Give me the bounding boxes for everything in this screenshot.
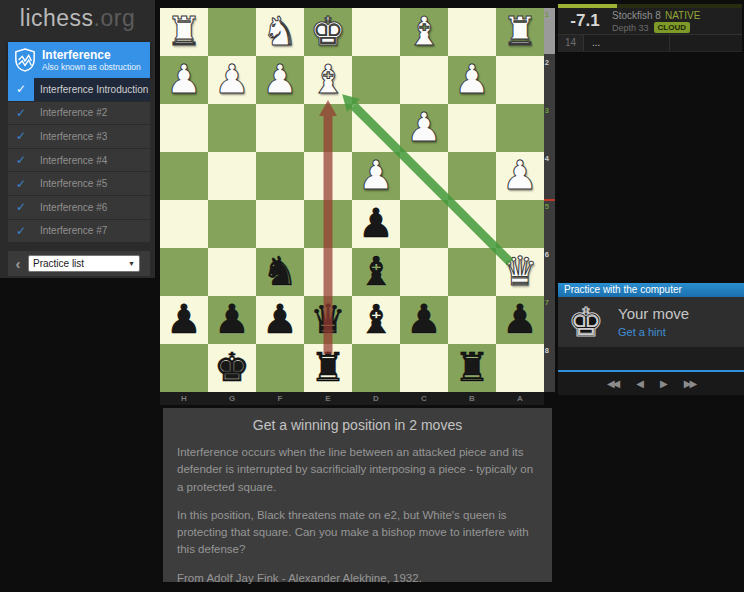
black-pawn: ♟ bbox=[352, 200, 400, 248]
square-d5[interactable]: ♟ bbox=[352, 200, 400, 248]
instruction-paragraph: Interference occurs when the line betwee… bbox=[177, 444, 538, 496]
practice-status-panel: ♚ Your move Get a hint bbox=[558, 297, 744, 347]
black-knight: ♞ bbox=[256, 248, 304, 296]
check-icon: ✓ bbox=[8, 129, 34, 143]
practice-empty-strip bbox=[558, 347, 744, 370]
black-pawn: ♟ bbox=[160, 296, 208, 344]
turn-status: Your move bbox=[618, 305, 689, 322]
instruction-paragraph: In this position, Black threatens mate o… bbox=[177, 507, 538, 559]
logo-text: lichess bbox=[20, 5, 94, 31]
analysis-panel: -7.1 Stockfish 8NATIVE Depth 33CLOUD 14 … bbox=[558, 0, 744, 592]
engine-depth: Depth 33 bbox=[612, 23, 649, 33]
square-d2[interactable] bbox=[352, 56, 400, 104]
square-b5[interactable] bbox=[448, 200, 496, 248]
square-d1[interactable] bbox=[352, 8, 400, 56]
square-d6[interactable]: ♝ bbox=[352, 248, 400, 296]
file-label-g: G bbox=[208, 394, 256, 403]
square-c7[interactable]: ♟ bbox=[400, 296, 448, 344]
square-c3[interactable]: ♟ bbox=[400, 104, 448, 152]
rank-label-7: 7 bbox=[533, 298, 549, 307]
white-pawn: ♟ bbox=[256, 56, 304, 104]
engine-mode: NATIVE bbox=[665, 10, 700, 21]
check-icon: ✓ bbox=[8, 200, 34, 214]
black-pawn: ♟ bbox=[256, 296, 304, 344]
move-number: 14 bbox=[558, 35, 584, 51]
puzzle-instructions: Get a winning position in 2 moves Interf… bbox=[163, 408, 552, 582]
square-b3[interactable] bbox=[448, 104, 496, 152]
practice-item-6[interactable]: ✓Interference #6 bbox=[8, 196, 150, 220]
go-first-button[interactable]: ◀◀ bbox=[607, 378, 618, 389]
practice-item-1[interactable]: ✓Interference Introduction bbox=[8, 78, 150, 102]
back-chevron-icon[interactable]: ‹ bbox=[8, 255, 28, 272]
rank-label-1: 1 bbox=[533, 10, 549, 19]
square-e2[interactable]: ♝ bbox=[304, 56, 352, 104]
lichess-logo[interactable]: lichess.org bbox=[0, 5, 155, 32]
check-icon: ✓ bbox=[8, 177, 34, 191]
practice-item-label: Interference #2 bbox=[40, 107, 107, 118]
square-g4[interactable] bbox=[208, 152, 256, 200]
file-label-a: A bbox=[496, 394, 544, 403]
white-bishop: ♝ bbox=[304, 56, 352, 104]
move-navigation: ◀◀ ◀ ▶ ▶▶ bbox=[558, 372, 744, 395]
white-bishop: ♝ bbox=[400, 8, 448, 56]
chess-board[interactable]: ♜♞♚♝♜♟♟♟♝♟♟♟♟♟♞♝♛♟♟♟♛♝♟♟♚♜♜ bbox=[160, 8, 544, 392]
square-g7[interactable]: ♟ bbox=[208, 296, 256, 344]
square-d4[interactable]: ♟ bbox=[352, 152, 400, 200]
square-c1[interactable]: ♝ bbox=[400, 8, 448, 56]
practice-item-list: ✓Interference Introduction✓Interference … bbox=[8, 78, 150, 243]
square-f2[interactable]: ♟ bbox=[256, 56, 304, 104]
rank-label-2: 2 bbox=[533, 58, 549, 67]
practice-item-7[interactable]: ✓Interference #7 bbox=[8, 220, 150, 244]
square-e3[interactable] bbox=[304, 104, 352, 152]
go-next-button[interactable]: ▶ bbox=[660, 378, 666, 389]
white-rook: ♜ bbox=[160, 8, 208, 56]
sidebar-footer: ‹ Practice list ▼ bbox=[8, 251, 150, 276]
square-g1[interactable] bbox=[208, 8, 256, 56]
puzzle-goal: Get a winning position in 2 moves bbox=[163, 417, 552, 433]
file-label-e: E bbox=[304, 394, 352, 403]
practice-item-label: Interference #5 bbox=[40, 178, 107, 189]
square-f8[interactable] bbox=[256, 344, 304, 392]
eval-gauge-mid-tick bbox=[544, 199, 555, 201]
practice-item-4[interactable]: ✓Interference #4 bbox=[8, 149, 150, 173]
get-hint-link[interactable]: Get a hint bbox=[618, 326, 666, 338]
check-icon: ✓ bbox=[8, 78, 34, 101]
square-h3[interactable] bbox=[160, 104, 208, 152]
square-b2[interactable]: ♟ bbox=[448, 56, 496, 104]
white-pawn: ♟ bbox=[400, 104, 448, 152]
practice-item-label: Interference #4 bbox=[40, 155, 107, 166]
practice-with-computer-bar: Practice with the computer bbox=[558, 283, 744, 297]
check-icon: ✓ bbox=[8, 106, 34, 120]
square-e7[interactable]: ♛ bbox=[304, 296, 352, 344]
square-f3[interactable] bbox=[256, 104, 304, 152]
square-h4[interactable] bbox=[160, 152, 208, 200]
square-f1[interactable]: ♞ bbox=[256, 8, 304, 56]
file-label-h: H bbox=[160, 394, 208, 403]
practice-item-3[interactable]: ✓Interference #3 bbox=[8, 125, 150, 149]
black-bishop: ♝ bbox=[352, 248, 400, 296]
white-pawn: ♟ bbox=[160, 56, 208, 104]
rank-label-3: 3 bbox=[533, 106, 549, 115]
practice-list-dropdown[interactable]: Practice list ▼ bbox=[28, 255, 140, 272]
square-f5[interactable] bbox=[256, 200, 304, 248]
practice-item-label: Interference #6 bbox=[40, 202, 107, 213]
move-list-row: 14 ... bbox=[558, 34, 742, 52]
black-bishop: ♝ bbox=[352, 296, 400, 344]
square-b8[interactable]: ♜ bbox=[448, 344, 496, 392]
square-b1[interactable] bbox=[448, 8, 496, 56]
square-h5[interactable] bbox=[160, 200, 208, 248]
square-f7[interactable]: ♟ bbox=[256, 296, 304, 344]
dropdown-arrow-icon: ▼ bbox=[128, 260, 135, 267]
square-f4[interactable] bbox=[256, 152, 304, 200]
go-last-button[interactable]: ▶▶ bbox=[684, 378, 695, 389]
file-label-f: F bbox=[256, 394, 304, 403]
square-h1[interactable]: ♜ bbox=[160, 8, 208, 56]
shield-zigzag-icon bbox=[8, 48, 42, 72]
black-pawn: ♟ bbox=[208, 296, 256, 344]
square-f6[interactable]: ♞ bbox=[256, 248, 304, 296]
black-rook: ♜ bbox=[448, 344, 496, 392]
square-d7[interactable]: ♝ bbox=[352, 296, 400, 344]
file-label-d: D bbox=[352, 394, 400, 403]
square-d8[interactable] bbox=[352, 344, 400, 392]
move-empty-cell bbox=[670, 35, 742, 51]
rank-label-5: 5 bbox=[533, 202, 549, 211]
square-c5[interactable] bbox=[400, 200, 448, 248]
square-c2[interactable] bbox=[400, 56, 448, 104]
square-e8[interactable]: ♜ bbox=[304, 344, 352, 392]
section-title: Interference bbox=[42, 49, 141, 62]
square-g8[interactable]: ♚ bbox=[208, 344, 256, 392]
square-e4[interactable] bbox=[304, 152, 352, 200]
white-pawn: ♟ bbox=[448, 56, 496, 104]
engine-header: -7.1 Stockfish 8NATIVE Depth 33CLOUD bbox=[558, 8, 742, 34]
cloud-badge: CLOUD bbox=[654, 22, 690, 33]
square-h7[interactable]: ♟ bbox=[160, 296, 208, 344]
practice-item-5[interactable]: ✓Interference #5 bbox=[8, 172, 150, 196]
square-e6[interactable] bbox=[304, 248, 352, 296]
white-pawn: ♟ bbox=[352, 152, 400, 200]
square-g2[interactable]: ♟ bbox=[208, 56, 256, 104]
black-queen: ♛ bbox=[304, 296, 352, 344]
dropdown-value: Practice list bbox=[33, 258, 84, 269]
square-h8[interactable] bbox=[160, 344, 208, 392]
practice-item-label: Interference #7 bbox=[40, 225, 107, 236]
square-g6[interactable] bbox=[208, 248, 256, 296]
black-rook: ♜ bbox=[304, 344, 352, 392]
go-prev-button[interactable]: ◀ bbox=[636, 378, 642, 389]
black-king: ♚ bbox=[208, 344, 256, 392]
black-king-icon: ♚ bbox=[568, 299, 604, 345]
square-h6[interactable] bbox=[160, 248, 208, 296]
square-e5[interactable] bbox=[304, 200, 352, 248]
white-king: ♚ bbox=[304, 8, 352, 56]
instruction-source: From Adolf Jay Fink - Alexander Alekhine… bbox=[177, 570, 538, 587]
logo-suffix: .org bbox=[94, 5, 136, 31]
square-c6[interactable] bbox=[400, 248, 448, 296]
square-e1[interactable]: ♚ bbox=[304, 8, 352, 56]
practice-sidebar: lichess.org Interference Also known as o… bbox=[0, 0, 155, 278]
section-subtitle: Also known as obstruction bbox=[42, 62, 141, 72]
file-label-c: C bbox=[400, 394, 448, 403]
square-c4[interactable] bbox=[400, 152, 448, 200]
practice-item-label: Interference #3 bbox=[40, 131, 107, 142]
file-label-b: B bbox=[448, 394, 496, 403]
square-b7[interactable] bbox=[448, 296, 496, 344]
move-black[interactable]: ... bbox=[584, 35, 670, 51]
square-c8[interactable] bbox=[400, 344, 448, 392]
square-g5[interactable] bbox=[208, 200, 256, 248]
eval-score: -7.1 bbox=[558, 8, 612, 34]
engine-name: Stockfish 8 bbox=[612, 10, 661, 21]
file-coordinates: HGFEDCBA bbox=[160, 392, 544, 405]
practice-item-2[interactable]: ✓Interference #2 bbox=[8, 102, 150, 126]
rank-label-4: 4 bbox=[533, 154, 549, 163]
square-b4[interactable] bbox=[448, 152, 496, 200]
practice-item-label: Interference Introduction bbox=[40, 84, 148, 95]
square-d3[interactable] bbox=[352, 104, 400, 152]
check-icon: ✓ bbox=[8, 224, 34, 238]
square-h2[interactable]: ♟ bbox=[160, 56, 208, 104]
rank-label-8: 8 bbox=[533, 346, 549, 355]
white-knight: ♞ bbox=[256, 8, 304, 56]
square-b6[interactable] bbox=[448, 248, 496, 296]
black-pawn: ♟ bbox=[400, 296, 448, 344]
practice-section-header[interactable]: Interference Also known as obstruction bbox=[8, 42, 150, 78]
square-g3[interactable] bbox=[208, 104, 256, 152]
white-pawn: ♟ bbox=[208, 56, 256, 104]
check-icon: ✓ bbox=[8, 153, 34, 167]
rank-label-6: 6 bbox=[533, 250, 549, 259]
